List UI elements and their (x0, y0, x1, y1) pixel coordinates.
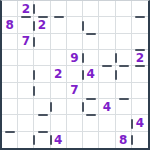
cell-r4c8[interactable] (116, 50, 132, 66)
cell-r1c4[interactable] (51, 1, 67, 17)
consecutive-marker-v-r3c2 (33, 37, 35, 47)
given-digit-r1c2[interactable]: 2 (18, 1, 34, 17)
cell-r4c3[interactable] (34, 50, 50, 66)
consecutive-marker-v-r5c2 (33, 70, 35, 80)
cell-r9c5[interactable] (67, 132, 83, 148)
cell-r1c3[interactable] (34, 1, 50, 17)
given-digit-r5c6[interactable]: 4 (83, 66, 99, 82)
cell-r9c9[interactable] (132, 132, 148, 148)
cell-r8c5[interactable] (67, 115, 83, 131)
cell-r7c5[interactable] (67, 99, 83, 115)
consecutive-marker-v-r7c5 (82, 102, 84, 112)
consecutive-marker-h-r7c3 (38, 114, 48, 116)
consecutive-marker-v-r9c2 (33, 135, 35, 145)
sudoku-board: 2827922474448 (0, 0, 150, 150)
cell-r2c5[interactable] (67, 17, 83, 33)
cell-r1c9[interactable] (132, 1, 148, 17)
consecutive-marker-h-r3c9 (135, 49, 145, 51)
consecutive-marker-v-r2c5 (82, 21, 84, 31)
cell-r5c7[interactable] (99, 66, 115, 82)
consecutive-marker-v-r2c2 (33, 21, 35, 31)
cell-r2c6[interactable] (83, 17, 99, 33)
given-digit-r9c8[interactable]: 8 (116, 132, 132, 148)
consecutive-marker-v-r1c2 (33, 4, 35, 14)
cell-r5c1[interactable] (2, 66, 18, 82)
cell-r8c4[interactable] (51, 115, 67, 131)
cell-r4c6[interactable] (83, 50, 99, 66)
cell-r3c4[interactable] (51, 34, 67, 50)
given-digit-r5c4[interactable]: 2 (51, 66, 67, 82)
consecutive-marker-v-r4c7 (115, 53, 117, 63)
consecutive-marker-v-r4c5 (82, 53, 84, 63)
cell-r3c9[interactable] (132, 34, 148, 50)
cell-r6c8[interactable] (116, 83, 132, 99)
cell-r1c7[interactable] (99, 1, 115, 17)
given-digit-r8c9[interactable]: 4 (132, 115, 148, 131)
cell-r6c4[interactable] (51, 83, 67, 99)
consecutive-marker-h-r6c8 (119, 98, 129, 100)
cell-r8c8[interactable] (116, 115, 132, 131)
cell-r3c8[interactable] (116, 34, 132, 50)
cell-r7c4[interactable] (51, 99, 67, 115)
cell-r6c2[interactable] (18, 83, 34, 99)
consecutive-marker-v-r7c3 (50, 102, 52, 112)
consecutive-marker-h-r4c7 (102, 65, 112, 67)
consecutive-marker-h-r1c3 (38, 16, 48, 18)
cell-r3c5[interactable] (67, 34, 83, 50)
cell-r1c6[interactable] (83, 1, 99, 17)
cell-r5c3[interactable] (34, 66, 50, 82)
consecutive-marker-h-r1c4 (54, 16, 64, 18)
consecutive-marker-v-r8c8 (131, 119, 133, 129)
cell-r6c6[interactable] (83, 83, 99, 99)
cell-r2c9[interactable] (132, 17, 148, 33)
cell-r5c2[interactable] (18, 66, 34, 82)
cell-r9c6[interactable] (83, 132, 99, 148)
given-digit-r9c4[interactable]: 4 (51, 132, 67, 148)
cell-r9c3[interactable] (34, 132, 50, 148)
consecutive-marker-v-r9c3 (50, 135, 52, 145)
consecutive-marker-h-r4c8 (119, 65, 129, 67)
cell-r6c9[interactable] (132, 83, 148, 99)
cell-r7c3[interactable] (34, 99, 50, 115)
cell-r2c7[interactable] (99, 17, 115, 33)
given-digit-r4c5[interactable]: 9 (67, 50, 83, 66)
consecutive-marker-h-r8c1 (5, 131, 15, 133)
cell-r6c7[interactable] (99, 83, 115, 99)
puzzle-screenshot: 2827922474448 (0, 0, 150, 150)
cell-r4c7[interactable] (99, 50, 115, 66)
cell-r5c9[interactable] (132, 66, 148, 82)
given-digit-r7c7[interactable]: 4 (99, 99, 115, 115)
given-digit-r3c2[interactable]: 7 (18, 34, 34, 50)
cell-r3c3[interactable] (34, 34, 50, 50)
cell-r7c1[interactable] (2, 99, 18, 115)
cell-r4c4[interactable] (51, 50, 67, 66)
given-digit-r4c9[interactable]: 2 (132, 50, 148, 66)
cell-r8c6[interactable] (83, 115, 99, 131)
cell-r7c8[interactable] (116, 99, 132, 115)
cell-r1c1[interactable] (2, 1, 18, 17)
cell-r1c5[interactable] (67, 1, 83, 17)
cell-r2c2[interactable] (18, 17, 34, 33)
cell-r4c1[interactable] (2, 50, 18, 66)
consecutive-marker-h-r8c3 (38, 131, 48, 133)
cell-r9c7[interactable] (99, 132, 115, 148)
cell-r8c7[interactable] (99, 115, 115, 131)
consecutive-marker-h-r2c6 (86, 33, 96, 35)
cell-r3c6[interactable] (83, 34, 99, 50)
cell-r3c1[interactable] (2, 34, 18, 50)
cell-r5c8[interactable] (116, 66, 132, 82)
cell-r6c3[interactable] (34, 83, 50, 99)
cell-r8c1[interactable] (2, 115, 18, 131)
consecutive-marker-v-r5c5 (82, 70, 84, 80)
consecutive-marker-h-r7c6 (86, 114, 96, 116)
cell-r6c1[interactable] (2, 83, 18, 99)
cell-r3c7[interactable] (99, 34, 115, 50)
cell-grid: 2827922474448 (2, 1, 148, 148)
consecutive-marker-v-r6c2 (33, 86, 35, 96)
consecutive-marker-h-r4c9 (135, 65, 145, 67)
cell-r9c2[interactable] (18, 132, 34, 148)
cell-r7c2[interactable] (18, 99, 34, 115)
cell-r8c2[interactable] (18, 115, 34, 131)
consecutive-marker-h-r1c2 (21, 16, 31, 18)
given-digit-r2c1[interactable]: 8 (2, 17, 18, 33)
cell-r9c1[interactable] (2, 132, 18, 148)
cell-r4c2[interactable] (18, 50, 34, 66)
consecutive-marker-h-r6c6 (86, 98, 96, 100)
cell-r7c9[interactable] (132, 99, 148, 115)
given-digit-r6c5[interactable]: 7 (67, 83, 83, 99)
cell-r2c8[interactable] (116, 17, 132, 33)
cell-r7c6[interactable] (83, 99, 99, 115)
cell-r1c8[interactable] (116, 1, 132, 17)
consecutive-marker-h-r1c9 (135, 16, 145, 18)
cell-r2c4[interactable] (51, 17, 67, 33)
cell-r8c3[interactable] (34, 115, 50, 131)
cell-r5c5[interactable] (67, 66, 83, 82)
consecutive-marker-v-r5c7 (115, 70, 117, 80)
given-digit-r2c3[interactable]: 2 (34, 17, 50, 33)
consecutive-marker-v-r9c8 (131, 135, 133, 145)
